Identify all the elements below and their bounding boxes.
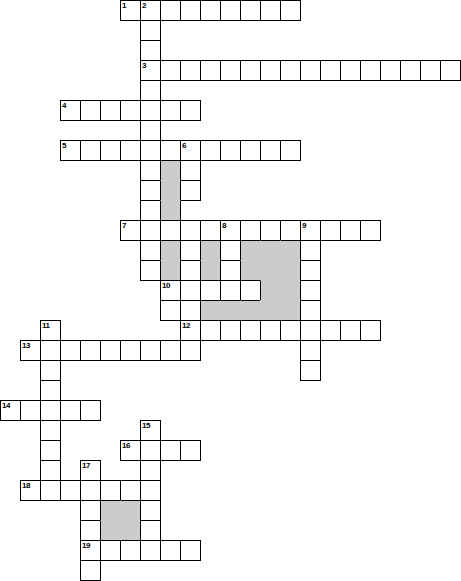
shaded-cell — [120, 520, 141, 541]
answer-cell[interactable] — [100, 100, 121, 121]
clue-number: 18 — [22, 481, 30, 491]
shaded-cell — [100, 520, 121, 541]
answer-cell[interactable] — [40, 460, 61, 481]
answer-cell[interactable] — [260, 60, 281, 81]
clue-number: 12 — [182, 321, 190, 331]
answer-cell[interactable] — [240, 280, 261, 301]
answer-cell[interactable] — [140, 100, 161, 121]
answer-cell[interactable] — [220, 60, 241, 81]
answer-cell[interactable] — [40, 440, 61, 461]
shaded-cell — [260, 300, 281, 321]
answer-cell[interactable] — [300, 240, 321, 261]
clue-number: 4 — [62, 101, 66, 111]
answer-cell[interactable]: 13 — [20, 340, 41, 361]
answer-cell[interactable] — [240, 320, 261, 341]
answer-cell[interactable]: 6 — [180, 140, 201, 161]
answer-cell[interactable]: 12 — [180, 320, 201, 341]
shaded-cell — [240, 300, 261, 321]
answer-cell[interactable] — [220, 140, 241, 161]
answer-cell[interactable] — [100, 540, 121, 561]
shaded-cell — [160, 260, 181, 281]
answer-cell[interactable] — [120, 340, 141, 361]
shaded-cell — [160, 160, 181, 181]
answer-cell[interactable] — [300, 280, 321, 301]
answer-cell[interactable] — [280, 0, 301, 21]
clue-number: 11 — [42, 321, 49, 331]
answer-cell[interactable] — [220, 240, 241, 261]
answer-cell[interactable]: 1 — [120, 0, 141, 21]
answer-cell[interactable] — [140, 80, 161, 101]
answer-cell[interactable] — [40, 360, 61, 381]
shaded-cell — [200, 300, 221, 321]
answer-cell[interactable] — [160, 540, 181, 561]
answer-cell[interactable] — [360, 320, 381, 341]
answer-cell[interactable]: 7 — [120, 220, 141, 241]
answer-cell[interactable] — [120, 540, 141, 561]
answer-cell[interactable] — [100, 140, 121, 161]
answer-cell[interactable] — [140, 500, 161, 521]
shaded-cell — [200, 240, 221, 261]
answer-cell[interactable] — [160, 140, 181, 161]
answer-cell[interactable] — [120, 480, 141, 501]
answer-cell[interactable] — [260, 0, 281, 21]
answer-cell[interactable] — [300, 320, 321, 341]
answer-cell[interactable] — [180, 180, 201, 201]
answer-cell[interactable] — [300, 340, 321, 361]
answer-cell[interactable] — [260, 320, 281, 341]
answer-cell[interactable] — [220, 0, 241, 21]
answer-cell[interactable]: 3 — [140, 60, 161, 81]
answer-cell[interactable] — [240, 60, 261, 81]
answer-cell[interactable] — [80, 500, 101, 521]
answer-cell[interactable] — [440, 60, 461, 81]
answer-cell[interactable] — [300, 260, 321, 281]
answer-cell[interactable] — [180, 260, 201, 281]
crossword-grid: 12345678910111213141516171819 — [0, 0, 461, 581]
answer-cell[interactable] — [300, 60, 321, 81]
answer-cell[interactable] — [140, 440, 161, 461]
clue-number: 15 — [142, 421, 150, 431]
answer-cell[interactable]: 16 — [120, 440, 141, 461]
answer-cell[interactable] — [140, 520, 161, 541]
answer-cell[interactable] — [60, 400, 81, 421]
answer-cell[interactable] — [220, 280, 241, 301]
answer-cell[interactable]: 10 — [160, 280, 181, 301]
shaded-cell — [100, 500, 121, 521]
answer-cell[interactable] — [220, 260, 241, 281]
answer-cell[interactable]: 14 — [0, 400, 21, 421]
clue-number: 17 — [82, 461, 90, 471]
answer-cell[interactable] — [340, 320, 361, 341]
answer-cell[interactable] — [60, 480, 81, 501]
clue-number: 16 — [122, 441, 130, 451]
clue-number: 8 — [222, 221, 226, 231]
answer-cell[interactable] — [360, 220, 381, 241]
answer-cell[interactable] — [200, 140, 221, 161]
answer-cell[interactable] — [180, 280, 201, 301]
clue-number: 10 — [162, 281, 170, 291]
shaded-cell — [160, 180, 181, 201]
answer-cell[interactable] — [140, 160, 161, 181]
answer-cell[interactable]: 17 — [80, 460, 101, 481]
answer-cell[interactable] — [140, 340, 161, 361]
answer-cell[interactable]: 9 — [300, 220, 321, 241]
answer-cell[interactable] — [400, 60, 421, 81]
answer-cell[interactable]: 11 — [40, 320, 61, 341]
answer-cell[interactable] — [240, 0, 261, 21]
answer-cell[interactable] — [180, 240, 201, 261]
answer-cell[interactable] — [240, 140, 261, 161]
clue-number: 19 — [82, 541, 90, 551]
answer-cell[interactable] — [180, 340, 201, 361]
answer-cell[interactable] — [300, 360, 321, 381]
answer-cell[interactable] — [260, 140, 281, 161]
answer-cell[interactable] — [160, 220, 181, 241]
shaded-cell — [260, 240, 281, 261]
clue-number: 1 — [122, 1, 126, 11]
answer-cell[interactable] — [180, 160, 201, 181]
clue-number: 13 — [22, 341, 30, 351]
shaded-cell — [280, 260, 301, 281]
answer-cell[interactable] — [120, 140, 141, 161]
answer-cell[interactable] — [180, 300, 201, 321]
answer-cell[interactable] — [140, 180, 161, 201]
answer-cell[interactable] — [320, 320, 341, 341]
shaded-cell — [280, 280, 301, 301]
answer-cell[interactable] — [140, 240, 161, 261]
answer-cell[interactable] — [140, 140, 161, 161]
answer-cell[interactable] — [280, 60, 301, 81]
shaded-cell — [280, 300, 301, 321]
answer-cell[interactable] — [300, 300, 321, 321]
shaded-cell — [220, 300, 241, 321]
shaded-cell — [120, 500, 141, 521]
answer-cell[interactable]: 5 — [60, 140, 81, 161]
answer-cell[interactable] — [80, 480, 101, 501]
shaded-cell — [260, 280, 281, 301]
answer-cell[interactable] — [140, 120, 161, 141]
answer-cell[interactable] — [160, 300, 181, 321]
answer-cell[interactable] — [140, 540, 161, 561]
shaded-cell — [160, 200, 181, 221]
answer-cell[interactable] — [80, 100, 101, 121]
answer-cell[interactable]: 8 — [220, 220, 241, 241]
page-background: 12345678910111213141516171819 — [0, 0, 461, 581]
answer-cell[interactable] — [80, 400, 101, 421]
answer-cell[interactable] — [40, 400, 61, 421]
clue-number: 3 — [142, 61, 146, 71]
answer-cell[interactable] — [140, 260, 161, 281]
answer-cell[interactable] — [40, 340, 61, 361]
answer-cell[interactable] — [100, 480, 121, 501]
answer-cell[interactable] — [80, 560, 101, 581]
answer-cell[interactable] — [340, 60, 361, 81]
answer-cell[interactable] — [160, 100, 181, 121]
clue-number: 7 — [122, 221, 126, 231]
answer-cell[interactable] — [200, 60, 221, 81]
answer-cell[interactable] — [60, 340, 81, 361]
answer-cell[interactable] — [180, 220, 201, 241]
clue-number: 5 — [62, 141, 66, 151]
answer-cell[interactable] — [140, 220, 161, 241]
answer-cell[interactable] — [160, 0, 181, 21]
shaded-cell — [240, 260, 261, 281]
answer-cell[interactable] — [180, 440, 201, 461]
shaded-cell — [280, 240, 301, 261]
answer-cell[interactable] — [160, 340, 181, 361]
shaded-cell — [260, 260, 281, 281]
shaded-cell — [160, 240, 181, 261]
answer-cell[interactable]: 18 — [20, 480, 41, 501]
answer-cell[interactable] — [160, 440, 181, 461]
answer-cell[interactable] — [180, 100, 201, 121]
answer-cell[interactable] — [380, 60, 401, 81]
answer-cell[interactable] — [200, 220, 221, 241]
answer-cell[interactable] — [80, 520, 101, 541]
answer-cell[interactable]: 19 — [80, 540, 101, 561]
answer-cell[interactable]: 4 — [60, 100, 81, 121]
answer-cell[interactable] — [80, 140, 101, 161]
answer-cell[interactable] — [340, 220, 361, 241]
clue-number: 9 — [302, 221, 306, 231]
answer-cell[interactable] — [240, 220, 261, 241]
answer-cell[interactable] — [280, 320, 301, 341]
answer-cell[interactable] — [320, 220, 341, 241]
answer-cell[interactable] — [120, 100, 141, 121]
answer-cell[interactable] — [140, 40, 161, 61]
answer-cell[interactable] — [100, 340, 121, 361]
shaded-cell — [200, 260, 221, 281]
answer-cell[interactable]: 2 — [140, 0, 161, 21]
answer-cell[interactable] — [40, 480, 61, 501]
answer-cell[interactable] — [180, 0, 201, 21]
clue-number: 2 — [142, 1, 146, 11]
answer-cell[interactable] — [140, 460, 161, 481]
answer-cell[interactable] — [140, 200, 161, 221]
answer-cell[interactable] — [140, 20, 161, 41]
shaded-cell — [240, 240, 261, 261]
answer-cell[interactable] — [220, 320, 241, 341]
answer-cell[interactable] — [420, 60, 441, 81]
clue-number: 14 — [2, 401, 10, 411]
answer-cell[interactable] — [320, 60, 341, 81]
answer-cell[interactable] — [200, 280, 221, 301]
answer-cell[interactable] — [140, 480, 161, 501]
answer-cell[interactable] — [200, 320, 221, 341]
answer-cell[interactable] — [360, 60, 381, 81]
answer-cell[interactable]: 15 — [140, 420, 161, 441]
answer-cell[interactable] — [280, 140, 301, 161]
answer-cell[interactable] — [280, 220, 301, 241]
answer-cell[interactable] — [20, 400, 41, 421]
clue-number: 6 — [182, 141, 186, 151]
answer-cell[interactable] — [180, 540, 201, 561]
answer-cell[interactable] — [40, 420, 61, 441]
answer-cell[interactable] — [200, 0, 221, 21]
answer-cell[interactable] — [80, 340, 101, 361]
answer-cell[interactable] — [160, 60, 181, 81]
answer-cell[interactable] — [40, 380, 61, 401]
answer-cell[interactable] — [180, 60, 201, 81]
answer-cell[interactable] — [260, 220, 281, 241]
